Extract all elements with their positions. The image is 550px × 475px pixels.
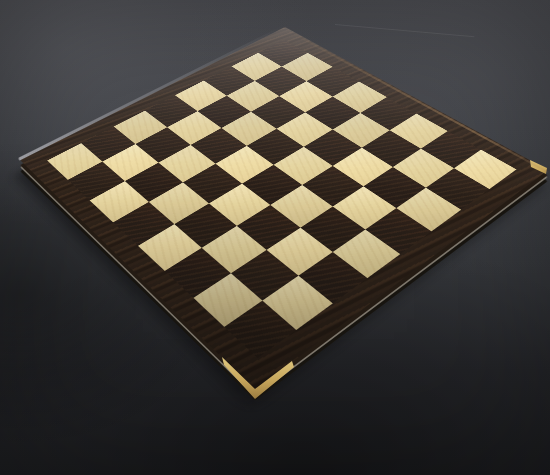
photo-background [0,0,550,475]
chessboard-squares [47,40,516,359]
surface-scratch [335,24,475,37]
chessboard [20,27,548,390]
